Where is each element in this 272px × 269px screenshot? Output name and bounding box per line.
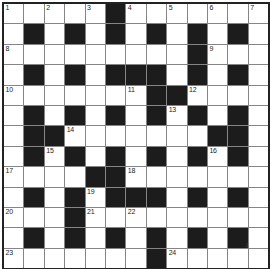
black-cell-r1c9 bbox=[188, 24, 207, 43]
white-cell-r12c0[interactable]: 23 bbox=[4, 249, 23, 268]
black-cell-r9c3 bbox=[65, 188, 84, 207]
white-cell-r9c8[interactable] bbox=[167, 188, 186, 207]
white-cell-r1c0[interactable] bbox=[4, 24, 23, 43]
black-cell-r7c5 bbox=[106, 147, 125, 166]
white-cell-r7c10[interactable]: 16 bbox=[208, 147, 227, 166]
white-cell-r9c4[interactable]: 19 bbox=[86, 188, 105, 207]
black-cell-r4c7 bbox=[147, 86, 166, 105]
black-cell-r1c7 bbox=[147, 24, 166, 43]
white-cell-r7c8[interactable] bbox=[167, 147, 186, 166]
white-cell-r8c1[interactable] bbox=[24, 167, 43, 186]
white-cell-r1c10[interactable] bbox=[208, 24, 227, 43]
black-cell-r3c1 bbox=[24, 65, 43, 84]
black-cell-r2c9 bbox=[188, 45, 207, 64]
white-cell-r4c5[interactable] bbox=[106, 86, 125, 105]
black-cell-r3c3 bbox=[65, 65, 84, 84]
white-cell-r10c9[interactable] bbox=[188, 208, 207, 227]
black-cell-r3c11 bbox=[228, 65, 247, 84]
white-cell-r0c11[interactable] bbox=[228, 4, 247, 23]
white-cell-r12c8[interactable]: 24 bbox=[167, 249, 186, 268]
white-cell-r0c3[interactable] bbox=[65, 4, 84, 23]
white-cell-r11c10[interactable] bbox=[208, 228, 227, 247]
white-cell-r4c11[interactable] bbox=[228, 86, 247, 105]
white-cell-r8c11[interactable] bbox=[228, 167, 247, 186]
clue-number: 23 bbox=[6, 249, 13, 257]
crossword-grid: 1234567891011121314151617181920212242324 bbox=[2, 2, 270, 269]
clue-number: 9 bbox=[209, 45, 213, 53]
white-cell-r8c0[interactable]: 17 bbox=[4, 167, 23, 186]
black-cell-r7c9 bbox=[188, 147, 207, 166]
clue-number: 8 bbox=[6, 45, 10, 53]
white-cell-r12c5[interactable] bbox=[106, 249, 125, 268]
white-cell-r1c2[interactable] bbox=[45, 24, 64, 43]
white-cell-r10c8[interactable] bbox=[167, 208, 186, 227]
white-cell-r0c2[interactable]: 2 bbox=[45, 4, 64, 23]
white-cell-r6c9[interactable] bbox=[188, 126, 207, 145]
black-cell-r5c9 bbox=[188, 106, 207, 125]
clue-number: 3 bbox=[87, 4, 91, 12]
white-cell-r4c4[interactable] bbox=[86, 86, 105, 105]
white-cell-r6c4[interactable] bbox=[86, 126, 105, 145]
white-cell-r5c2[interactable] bbox=[45, 106, 64, 125]
black-cell-r3c6 bbox=[126, 65, 145, 84]
white-cell-r8c10[interactable] bbox=[208, 167, 227, 186]
white-cell-r8c12[interactable] bbox=[249, 167, 268, 186]
white-cell-r12c10[interactable] bbox=[208, 249, 227, 268]
white-cell-r0c9[interactable] bbox=[188, 4, 207, 23]
clue-number: 22 bbox=[128, 208, 135, 216]
white-cell-r8c6[interactable]: 18 bbox=[126, 167, 145, 186]
white-cell-r2c12[interactable] bbox=[249, 45, 268, 64]
black-cell-r6c11 bbox=[228, 126, 247, 145]
white-cell-r2c3[interactable] bbox=[65, 45, 84, 64]
white-cell-r12c11[interactable] bbox=[228, 249, 247, 268]
black-cell-r12c7 bbox=[147, 249, 166, 268]
white-cell-r4c0[interactable]: 10 bbox=[4, 86, 23, 105]
clue-number: 15 bbox=[46, 147, 53, 155]
white-cell-r9c12[interactable] bbox=[249, 188, 268, 207]
clue-number: 13 bbox=[169, 106, 176, 114]
black-cell-r7c11 bbox=[228, 147, 247, 166]
black-cell-r6c1 bbox=[24, 126, 43, 145]
clue-number: 18 bbox=[128, 167, 135, 175]
white-cell-r5c12[interactable] bbox=[249, 106, 268, 125]
black-cell-r6c10 bbox=[208, 126, 227, 145]
black-cell-r9c11 bbox=[228, 188, 247, 207]
white-cell-r1c12[interactable] bbox=[249, 24, 268, 43]
white-cell-r2c6[interactable] bbox=[126, 45, 145, 64]
clue-number: 16 bbox=[209, 147, 216, 155]
white-cell-r4c3[interactable] bbox=[65, 86, 84, 105]
white-cell-r12c6[interactable] bbox=[126, 249, 145, 268]
white-cell-r9c10[interactable] bbox=[208, 188, 227, 207]
clue-number: 5 bbox=[169, 4, 173, 12]
white-cell-r12c1[interactable] bbox=[24, 249, 43, 268]
white-cell-r6c8[interactable] bbox=[167, 126, 186, 145]
white-cell-r3c10[interactable] bbox=[208, 65, 227, 84]
white-cell-r0c1[interactable] bbox=[24, 4, 43, 23]
white-cell-r11c0[interactable] bbox=[4, 228, 23, 247]
white-cell-r12c4[interactable] bbox=[86, 249, 105, 268]
black-cell-r5c3 bbox=[65, 106, 84, 125]
white-cell-r5c4[interactable] bbox=[86, 106, 105, 125]
white-cell-r8c9[interactable] bbox=[188, 167, 207, 186]
white-cell-r12c9[interactable] bbox=[188, 249, 207, 268]
white-cell-r5c6[interactable] bbox=[126, 106, 145, 125]
black-cell-r7c7 bbox=[147, 147, 166, 166]
black-cell-r9c5 bbox=[106, 188, 125, 207]
white-cell-r6c12[interactable] bbox=[249, 126, 268, 145]
white-cell-r8c7[interactable] bbox=[147, 167, 166, 186]
white-cell-r2c1[interactable] bbox=[24, 45, 43, 64]
white-cell-r9c0[interactable] bbox=[4, 188, 23, 207]
black-cell-r11c5 bbox=[106, 228, 125, 247]
black-cell-r8c4 bbox=[86, 167, 105, 186]
white-cell-r10c6[interactable]: 22 bbox=[126, 208, 145, 227]
black-cell-r8c5 bbox=[106, 167, 125, 186]
white-cell-r4c9[interactable]: 12 bbox=[188, 86, 207, 105]
white-cell-r8c2[interactable] bbox=[45, 167, 64, 186]
white-cell-r8c3[interactable] bbox=[65, 167, 84, 186]
white-cell-r10c0[interactable]: 20 bbox=[4, 208, 23, 227]
white-cell-r10c5[interactable] bbox=[106, 208, 125, 227]
white-cell-r3c8[interactable] bbox=[167, 65, 186, 84]
white-cell-r4c6[interactable]: 11 bbox=[126, 86, 145, 105]
white-cell-r1c4[interactable] bbox=[86, 24, 105, 43]
white-cell-r0c0[interactable]: 1 bbox=[4, 4, 23, 23]
clue-number: 7 bbox=[250, 4, 254, 12]
white-cell-r5c0[interactable] bbox=[4, 106, 23, 125]
black-cell-r1c1 bbox=[24, 24, 43, 43]
black-cell-r5c5 bbox=[106, 106, 125, 125]
white-cell-r10c4[interactable]: 21 bbox=[86, 208, 105, 227]
black-cell-r9c1 bbox=[24, 188, 43, 207]
white-cell-r9c2[interactable] bbox=[45, 188, 64, 207]
white-cell-r0c7[interactable] bbox=[147, 4, 166, 23]
white-cell-r12c2[interactable] bbox=[45, 249, 64, 268]
white-cell-r10c7[interactable] bbox=[147, 208, 166, 227]
clue-number: 17 bbox=[6, 167, 13, 175]
black-cell-r5c1 bbox=[24, 106, 43, 125]
black-cell-r3c5 bbox=[106, 65, 125, 84]
white-cell-r6c6[interactable] bbox=[126, 126, 145, 145]
white-cell-r1c8[interactable] bbox=[167, 24, 186, 43]
white-cell-r6c3[interactable]: 14 bbox=[65, 126, 84, 145]
clue-number: 20 bbox=[6, 208, 13, 216]
black-cell-r6c2 bbox=[45, 126, 64, 145]
black-cell-r1c5 bbox=[106, 24, 125, 43]
clue-number: 12 bbox=[189, 86, 196, 94]
white-cell-r6c5[interactable] bbox=[106, 126, 125, 145]
black-cell-r9c9 bbox=[188, 188, 207, 207]
black-cell-r10c3 bbox=[65, 208, 84, 227]
white-cell-r2c4[interactable] bbox=[86, 45, 105, 64]
white-cell-r6c7[interactable] bbox=[147, 126, 166, 145]
white-cell-r2c7[interactable] bbox=[147, 45, 166, 64]
white-cell-r0c4[interactable]: 3 bbox=[86, 4, 105, 23]
white-cell-r3c12[interactable] bbox=[249, 65, 268, 84]
white-cell-r0c8[interactable]: 5 bbox=[167, 4, 186, 23]
black-cell-r0c5 bbox=[106, 4, 125, 23]
white-cell-r4c2[interactable] bbox=[45, 86, 64, 105]
white-cell-r7c2[interactable]: 15 bbox=[45, 147, 64, 166]
white-cell-r10c11[interactable] bbox=[228, 208, 247, 227]
white-cell-r10c1[interactable] bbox=[24, 208, 43, 227]
white-cell-r2c2[interactable] bbox=[45, 45, 64, 64]
white-cell-r3c4[interactable] bbox=[86, 65, 105, 84]
clue-number: 24 bbox=[169, 249, 176, 257]
black-cell-r5c11 bbox=[228, 106, 247, 125]
black-cell-r9c7 bbox=[147, 188, 166, 207]
white-cell-r0c12[interactable]: 7 bbox=[249, 4, 268, 23]
clue-number: 21 bbox=[87, 208, 94, 216]
black-cell-r3c7 bbox=[147, 65, 166, 84]
white-cell-r0c10[interactable]: 6 bbox=[208, 4, 227, 23]
clue-number: 10 bbox=[6, 86, 13, 94]
white-cell-r12c3[interactable] bbox=[65, 249, 84, 268]
black-cell-r3c9 bbox=[188, 65, 207, 84]
white-cell-r4c12[interactable] bbox=[249, 86, 268, 105]
white-cell-r7c6[interactable] bbox=[126, 147, 145, 166]
black-cell-r1c3 bbox=[65, 24, 84, 43]
white-cell-r8c8[interactable] bbox=[167, 167, 186, 186]
white-cell-r11c12[interactable] bbox=[249, 228, 268, 247]
black-cell-r11c7 bbox=[147, 228, 166, 247]
black-cell-r4c8 bbox=[167, 86, 186, 105]
black-cell-r11c3 bbox=[65, 228, 84, 247]
black-cell-r11c9 bbox=[188, 228, 207, 247]
white-cell-r11c2[interactable] bbox=[45, 228, 64, 247]
clue-number: 6 bbox=[209, 4, 213, 12]
white-cell-r5c8[interactable]: 13 bbox=[167, 106, 186, 125]
white-cell-r7c12[interactable] bbox=[249, 147, 268, 166]
white-cell-r4c10[interactable] bbox=[208, 86, 227, 105]
black-cell-r7c1 bbox=[24, 147, 43, 166]
clue-number: 19 bbox=[87, 188, 94, 196]
white-cell-r11c4[interactable] bbox=[86, 228, 105, 247]
black-cell-r1c11 bbox=[228, 24, 247, 43]
white-cell-r2c10[interactable]: 9 bbox=[208, 45, 227, 64]
white-cell-r5c10[interactable] bbox=[208, 106, 227, 125]
black-cell-r11c11: 4 bbox=[228, 228, 247, 247]
black-cell-r7c3 bbox=[65, 147, 84, 166]
white-cell-r1c6[interactable] bbox=[126, 24, 145, 43]
white-cell-r7c0[interactable] bbox=[4, 147, 23, 166]
white-cell-r11c8[interactable] bbox=[167, 228, 186, 247]
white-cell-r7c4[interactable] bbox=[86, 147, 105, 166]
white-cell-r10c10[interactable] bbox=[208, 208, 227, 227]
clue-number: 14 bbox=[67, 126, 74, 134]
white-cell-r3c0[interactable] bbox=[4, 65, 23, 84]
white-cell-r11c6[interactable] bbox=[126, 228, 145, 247]
white-cell-r2c0[interactable]: 8 bbox=[4, 45, 23, 64]
white-cell-r12c12[interactable] bbox=[249, 249, 268, 268]
white-cell-r10c2[interactable] bbox=[45, 208, 64, 227]
white-cell-r0c6[interactable]: 4 bbox=[126, 4, 145, 23]
clue-number: 4 bbox=[128, 4, 132, 12]
white-cell-r2c5[interactable] bbox=[106, 45, 125, 64]
white-cell-r10c12[interactable] bbox=[249, 208, 268, 227]
clue-number: 1 bbox=[6, 4, 10, 12]
white-cell-r6c0[interactable] bbox=[4, 126, 23, 145]
clue-number: 2 bbox=[46, 4, 50, 12]
white-cell-r3c2[interactable] bbox=[45, 65, 64, 84]
clue-number: 11 bbox=[128, 86, 135, 94]
black-cell-r9c6 bbox=[126, 188, 145, 207]
white-cell-r2c8[interactable] bbox=[167, 45, 186, 64]
black-cell-r11c1 bbox=[24, 228, 43, 247]
white-cell-r2c11[interactable] bbox=[228, 45, 247, 64]
black-cell-r5c7 bbox=[147, 106, 166, 125]
white-cell-r4c1[interactable] bbox=[24, 86, 43, 105]
